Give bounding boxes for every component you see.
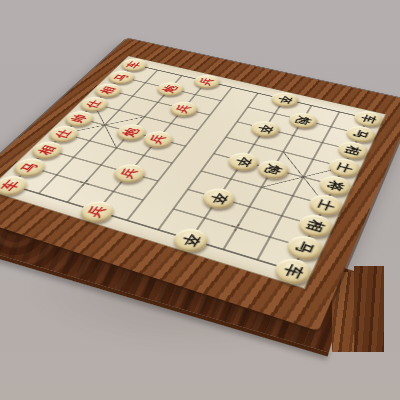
piece-label: 帅 [69, 113, 89, 123]
piece-label: 车 [0, 179, 22, 192]
piece-label: 相 [36, 144, 57, 156]
piece-label: 卒 [276, 94, 293, 104]
piece-black-soldier[interactable]: 卒 [197, 185, 238, 211]
piece-label: 炮 [294, 115, 312, 125]
piece-label: 兵 [119, 167, 140, 180]
piece-label: 炮 [161, 84, 179, 93]
piece-label: 卒 [233, 155, 253, 167]
piece-black-cannon[interactable]: 炮 [253, 157, 291, 181]
piece-black-soldier[interactable]: 卒 [247, 118, 283, 139]
piece-label: 马 [19, 161, 41, 173]
table-leg-right [354, 266, 384, 352]
piece-red-soldier[interactable]: 兵 [166, 99, 202, 118]
piece-label: 兵 [198, 77, 215, 86]
piece-label: 相 [304, 218, 325, 233]
piece-label: 卒 [208, 191, 229, 205]
piece-label: 士 [315, 198, 336, 212]
piece-label: 卒 [255, 123, 274, 134]
piece-label: 士 [334, 161, 353, 173]
piece-label: 仕 [53, 128, 73, 139]
piece-label: 炮 [121, 127, 141, 138]
piece-label: 兵 [174, 104, 193, 114]
piece-label: 仕 [84, 99, 103, 109]
piece-label: 炮 [263, 163, 283, 175]
piece-label: 马 [112, 73, 130, 82]
piece-label: 卒 [179, 232, 202, 248]
piece-red-cannon[interactable]: 炮 [153, 80, 188, 98]
piece-label: 车 [125, 60, 142, 68]
piece-black-soldier[interactable]: 卒 [223, 150, 261, 173]
piece-black-cannon[interactable]: 炮 [285, 110, 320, 130]
piece-red-soldier[interactable]: 兵 [109, 161, 150, 185]
piece-label: 马 [351, 128, 369, 139]
piece-label: 车 [281, 262, 304, 279]
piece-label: 马 [293, 239, 315, 255]
piece-black-soldier[interactable]: 卒 [267, 90, 301, 109]
piece-red-soldier[interactable]: 兵 [190, 73, 224, 91]
piece-label: 车 [359, 113, 377, 123]
piece-label: 相 [343, 144, 362, 156]
piece-black-soldier[interactable]: 卒 [168, 225, 212, 255]
piece-red-soldier[interactable]: 兵 [75, 198, 119, 226]
piece-label: 兵 [85, 204, 108, 218]
piece-label: 将 [325, 179, 345, 192]
piece-label: 兵 [148, 133, 168, 144]
xiangqi-table-scene: 车马相仕帅仕相马车炮炮兵兵兵兵兵卒卒卒卒卒炮炮车马相士将士相马车 [0, 0, 400, 400]
piece-label: 相 [99, 85, 117, 94]
